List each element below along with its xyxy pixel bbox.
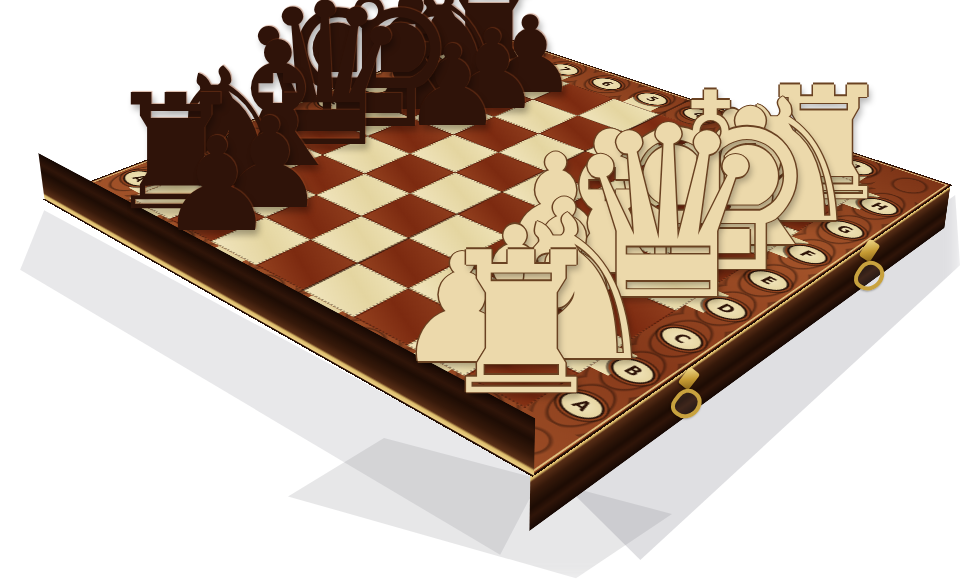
coordinate-medallion: 2 [776, 139, 825, 159]
coordinate-medallion: B [169, 148, 214, 169]
coordinate-medallion: F [353, 79, 395, 96]
coordinate-label: B [620, 363, 646, 378]
chess-board: ABCDEFGHABCDEFGH8765432187654321 [43, 31, 953, 477]
coordinate-medallion: C [651, 322, 712, 355]
coordinate-medallion: A [549, 387, 614, 425]
coordinate-label: 2 [791, 145, 810, 153]
coordinate-label: 4 [690, 111, 708, 118]
coordinate-label: 6 [598, 81, 616, 88]
scene: ABCDEFGHABCDEFGH8765432187654321 ♜♞♝♛♚♝♞… [0, 0, 960, 584]
coordinate-label: F [365, 84, 383, 91]
coordinate-medallion: 6 [586, 76, 629, 93]
coordinate-label: C [231, 135, 251, 143]
coordinate-label: H [867, 201, 890, 211]
coordinate-medallion: B [602, 353, 665, 388]
coordinate-label: 8 [515, 53, 532, 59]
coordinate-medallion: G [817, 217, 871, 242]
coordinate-label: 7 [556, 66, 573, 72]
coordinate-label: G [832, 224, 855, 235]
coordinate-label: 5 [643, 95, 661, 102]
coordinate-medallion: E [739, 266, 796, 295]
coordinate-label: F [796, 249, 818, 260]
coordinate-medallion: 4 [676, 106, 722, 124]
coordinate-medallion: 8 [503, 48, 544, 63]
board-stage: ABCDEFGHABCDEFGH8765432187654321 [0, 0, 960, 584]
coordinate-label: E [756, 275, 779, 286]
coordinate-medallion: D [696, 293, 755, 324]
coordinate-medallion: D [266, 111, 310, 130]
coordinate-label: A [129, 174, 150, 183]
coordinate-label: G [404, 68, 422, 75]
coordinate-label: 1 [845, 163, 865, 171]
coordinate-label: C [668, 332, 693, 345]
coordinate-label: D [713, 302, 739, 315]
coordinate-label: 3 [739, 128, 758, 136]
coordinate-medallion: F [779, 241, 835, 268]
coordinate-medallion: H [852, 195, 905, 219]
coordinate-label: E [323, 100, 341, 107]
coordinate-label: A [567, 397, 595, 413]
coordinate-label: D [277, 117, 297, 125]
coordinate-label: B [181, 154, 202, 163]
coordinate-medallion: H [432, 49, 472, 64]
coordinate-label: H [443, 53, 461, 60]
